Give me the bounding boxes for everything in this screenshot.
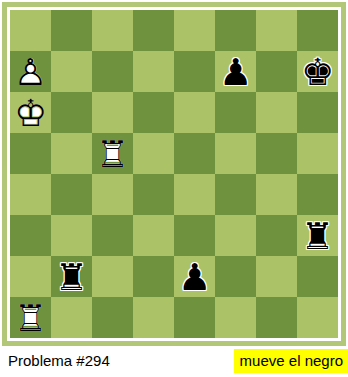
square-f8[interactable]: [215, 10, 256, 51]
square-g8[interactable]: [256, 10, 297, 51]
square-e7[interactable]: [174, 51, 215, 92]
square-c8[interactable]: [92, 10, 133, 51]
square-g3[interactable]: [256, 215, 297, 256]
square-a4[interactable]: [10, 174, 51, 215]
white-rook: ♜♖: [92, 133, 133, 174]
square-d4[interactable]: [133, 174, 174, 215]
square-g4[interactable]: [256, 174, 297, 215]
white-king: ♚♔: [10, 92, 51, 133]
square-g6[interactable]: [256, 92, 297, 133]
square-h2[interactable]: [297, 256, 338, 297]
square-h7[interactable]: ♚: [297, 51, 338, 92]
square-f2[interactable]: [215, 256, 256, 297]
square-e4[interactable]: [174, 174, 215, 215]
square-c3[interactable]: [92, 215, 133, 256]
square-b2[interactable]: ♜: [51, 256, 92, 297]
square-d2[interactable]: [133, 256, 174, 297]
square-b6[interactable]: [51, 92, 92, 133]
square-g5[interactable]: [256, 133, 297, 174]
black-king: ♚: [297, 51, 338, 92]
square-d3[interactable]: [133, 215, 174, 256]
caption-bar: Problema #294 mueve el negro: [0, 346, 348, 375]
square-b8[interactable]: [51, 10, 92, 51]
chess-board-border: ♟♙♟♚♚♔♜♖♜♜♟♜♖: [7, 7, 341, 341]
square-h3[interactable]: ♜: [297, 215, 338, 256]
square-d1[interactable]: [133, 297, 174, 338]
square-f4[interactable]: [215, 174, 256, 215]
square-d8[interactable]: [133, 10, 174, 51]
square-g2[interactable]: [256, 256, 297, 297]
square-h1[interactable]: [297, 297, 338, 338]
square-f7[interactable]: ♟: [215, 51, 256, 92]
square-b3[interactable]: [51, 215, 92, 256]
square-g7[interactable]: [256, 51, 297, 92]
square-f5[interactable]: [215, 133, 256, 174]
square-a1[interactable]: ♜♖: [10, 297, 51, 338]
black-pawn: ♟: [215, 51, 256, 92]
square-a3[interactable]: [10, 215, 51, 256]
black-pawn: ♟: [174, 256, 215, 297]
square-a7[interactable]: ♟♙: [10, 51, 51, 92]
chess-board-frame: ♟♙♟♚♚♔♜♖♜♜♟♜♖: [2, 2, 346, 346]
square-e2[interactable]: ♟: [174, 256, 215, 297]
problem-label: Problema #294: [8, 352, 110, 369]
square-c1[interactable]: [92, 297, 133, 338]
square-h4[interactable]: [297, 174, 338, 215]
square-d6[interactable]: [133, 92, 174, 133]
square-e6[interactable]: [174, 92, 215, 133]
square-c7[interactable]: [92, 51, 133, 92]
square-d5[interactable]: [133, 133, 174, 174]
turn-indicator: mueve el negro: [234, 349, 348, 373]
square-f1[interactable]: [215, 297, 256, 338]
square-e1[interactable]: [174, 297, 215, 338]
square-b7[interactable]: [51, 51, 92, 92]
square-e5[interactable]: [174, 133, 215, 174]
square-f6[interactable]: [215, 92, 256, 133]
square-c4[interactable]: [92, 174, 133, 215]
chess-board: ♟♙♟♚♚♔♜♖♜♜♟♜♖: [10, 10, 338, 338]
square-h6[interactable]: [297, 92, 338, 133]
square-d7[interactable]: [133, 51, 174, 92]
square-a5[interactable]: [10, 133, 51, 174]
black-rook: ♜: [297, 215, 338, 256]
square-a8[interactable]: [10, 10, 51, 51]
square-c2[interactable]: [92, 256, 133, 297]
square-g1[interactable]: [256, 297, 297, 338]
square-e8[interactable]: [174, 10, 215, 51]
black-rook: ♜: [51, 256, 92, 297]
square-f3[interactable]: [215, 215, 256, 256]
square-c6[interactable]: [92, 92, 133, 133]
square-e3[interactable]: [174, 215, 215, 256]
square-a6[interactable]: ♚♔: [10, 92, 51, 133]
white-rook: ♜♖: [10, 297, 51, 338]
square-h8[interactable]: [297, 10, 338, 51]
square-b1[interactable]: [51, 297, 92, 338]
square-b5[interactable]: [51, 133, 92, 174]
square-b4[interactable]: [51, 174, 92, 215]
square-h5[interactable]: [297, 133, 338, 174]
white-pawn: ♟♙: [10, 51, 51, 92]
square-a2[interactable]: [10, 256, 51, 297]
square-c5[interactable]: ♜♖: [92, 133, 133, 174]
